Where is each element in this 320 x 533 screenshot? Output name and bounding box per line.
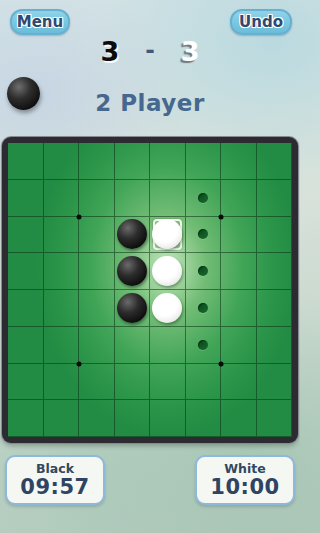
score-display: 3 - 3 <box>0 35 300 67</box>
black-score: 3 <box>100 36 119 67</box>
board-cell-h7[interactable] <box>257 364 293 401</box>
board-cell-g4[interactable] <box>221 253 257 290</box>
board-cell-c2[interactable] <box>79 180 115 217</box>
board-cell-f5[interactable] <box>186 290 222 327</box>
game-mode-label: 2 Player <box>0 90 300 116</box>
board-cell-a1[interactable] <box>8 143 44 180</box>
board-cell-a7[interactable] <box>8 364 44 401</box>
board-cell-d3[interactable] <box>115 217 151 254</box>
white-stone <box>152 293 182 323</box>
board-cell-e8[interactable] <box>150 400 186 437</box>
black-stone <box>117 256 147 286</box>
board-cell-a3[interactable] <box>8 217 44 254</box>
star-point <box>219 214 224 219</box>
board-cell-c5[interactable] <box>79 290 115 327</box>
board-cell-e2[interactable] <box>150 180 186 217</box>
menu-button[interactable]: Menu <box>10 9 70 35</box>
board-cell-b3[interactable] <box>44 217 80 254</box>
board-cell-f7[interactable] <box>186 364 222 401</box>
board-cell-b1[interactable] <box>44 143 80 180</box>
white-clock-time: 10:00 <box>197 476 293 498</box>
black-clock-time: 09:57 <box>7 476 103 498</box>
board-cell-h8[interactable] <box>257 400 293 437</box>
board-cell-e7[interactable] <box>150 364 186 401</box>
board-cell-g6[interactable] <box>221 327 257 364</box>
board-cell-c7[interactable] <box>79 364 115 401</box>
undo-button-label: Undo <box>239 13 283 31</box>
board-cell-c1[interactable] <box>79 143 115 180</box>
board-cell-e5[interactable] <box>150 290 186 327</box>
board-cell-a6[interactable] <box>8 327 44 364</box>
board-cell-d4[interactable] <box>115 253 151 290</box>
board-cell-g5[interactable] <box>221 290 257 327</box>
board-cell-g8[interactable] <box>221 400 257 437</box>
board-cell-f2[interactable] <box>186 180 222 217</box>
star-point <box>77 214 82 219</box>
board-cell-e4[interactable] <box>150 253 186 290</box>
board-cell-h6[interactable] <box>257 327 293 364</box>
board-cell-c4[interactable] <box>79 253 115 290</box>
board-grid <box>8 143 292 437</box>
board-cell-b2[interactable] <box>44 180 80 217</box>
board-cell-d5[interactable] <box>115 290 151 327</box>
board-cell-d7[interactable] <box>115 364 151 401</box>
star-point <box>77 361 82 366</box>
board-cell-d1[interactable] <box>115 143 151 180</box>
white-clock-label: White <box>197 461 293 476</box>
board-cell-d8[interactable] <box>115 400 151 437</box>
black-clock-panel: Black 09:57 <box>5 455 105 505</box>
score-separator: - <box>145 37 155 63</box>
board-cell-g7[interactable] <box>221 364 257 401</box>
board-cell-g2[interactable] <box>221 180 257 217</box>
board-cell-e6[interactable] <box>150 327 186 364</box>
board-cell-h1[interactable] <box>257 143 293 180</box>
board-cell-f8[interactable] <box>186 400 222 437</box>
black-clock-label: Black <box>7 461 103 476</box>
board-cell-b8[interactable] <box>44 400 80 437</box>
star-point <box>219 361 224 366</box>
board-cell-h2[interactable] <box>257 180 293 217</box>
black-stone <box>117 219 147 249</box>
white-score: 3 <box>181 36 200 67</box>
board-cell-c8[interactable] <box>79 400 115 437</box>
board-cell-e1[interactable] <box>150 143 186 180</box>
board-cell-b4[interactable] <box>44 253 80 290</box>
othello-board <box>2 137 298 443</box>
board-cell-f1[interactable] <box>186 143 222 180</box>
white-stone <box>152 256 182 286</box>
board-cell-a8[interactable] <box>8 400 44 437</box>
board-cell-f6[interactable] <box>186 327 222 364</box>
board-cell-d2[interactable] <box>115 180 151 217</box>
legal-move-dot[interactable] <box>198 193 208 203</box>
board-cell-b7[interactable] <box>44 364 80 401</box>
board-cell-a5[interactable] <box>8 290 44 327</box>
board-cell-a2[interactable] <box>8 180 44 217</box>
board-cell-c3[interactable] <box>79 217 115 254</box>
legal-move-dot[interactable] <box>198 266 208 276</box>
black-stone <box>117 293 147 323</box>
legal-move-dot[interactable] <box>198 303 208 313</box>
white-clock-panel: White 10:00 <box>195 455 295 505</box>
board-cell-e3[interactable] <box>150 217 186 254</box>
board-cell-g3[interactable] <box>221 217 257 254</box>
legal-move-dot[interactable] <box>198 340 208 350</box>
board-cell-d6[interactable] <box>115 327 151 364</box>
board-cell-h5[interactable] <box>257 290 293 327</box>
board-cell-f3[interactable] <box>186 217 222 254</box>
board-cell-h4[interactable] <box>257 253 293 290</box>
board-cell-g1[interactable] <box>221 143 257 180</box>
undo-button[interactable]: Undo <box>230 9 292 35</box>
menu-button-label: Menu <box>17 13 63 31</box>
board-cell-a4[interactable] <box>8 253 44 290</box>
board-cell-b5[interactable] <box>44 290 80 327</box>
board-cell-h3[interactable] <box>257 217 293 254</box>
board-cell-c6[interactable] <box>79 327 115 364</box>
board-cell-f4[interactable] <box>186 253 222 290</box>
board-cell-b6[interactable] <box>44 327 80 364</box>
legal-move-dot[interactable] <box>198 229 208 239</box>
